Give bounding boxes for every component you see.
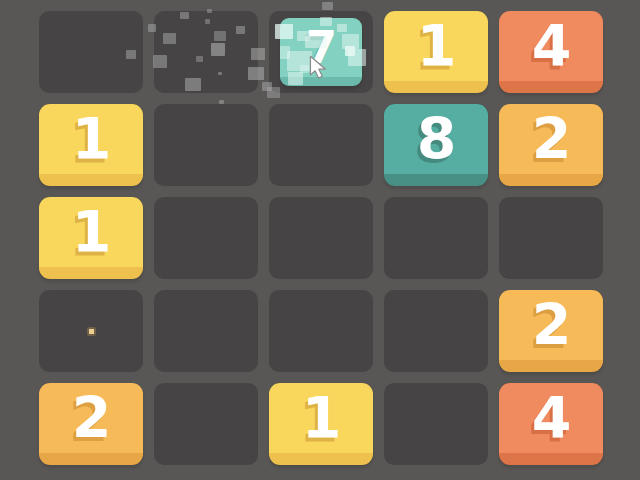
grid-cell: 4 [499, 383, 603, 465]
grid-cell: 2 [39, 383, 143, 465]
grid-cell: 1 [39, 104, 143, 186]
grid-cell: 7 [269, 11, 373, 93]
grid-cell: 8 [384, 104, 488, 186]
grid-cell [499, 197, 603, 279]
grid-cell [154, 383, 258, 465]
grid-cell: 1 [269, 383, 373, 465]
grid-cell [154, 197, 258, 279]
tile-1[interactable]: 1 [39, 197, 143, 279]
grid-cell: 2 [499, 290, 603, 372]
grid-cell [269, 104, 373, 186]
grid-cell: 4 [499, 11, 603, 93]
grid-cell [154, 11, 258, 93]
tile-8[interactable]: 8 [384, 104, 488, 186]
grid-cell [384, 197, 488, 279]
grid-cell [154, 290, 258, 372]
tile-2[interactable]: 2 [499, 290, 603, 372]
grid-cell [154, 104, 258, 186]
particle-gray [322, 2, 333, 10]
tile-1[interactable]: 1 [39, 104, 143, 186]
grid-cell [269, 290, 373, 372]
grid-cell: 2 [499, 104, 603, 186]
spawn-dot [87, 327, 96, 336]
grid-cell: 1 [39, 197, 143, 279]
tile-1[interactable]: 1 [384, 11, 488, 93]
grid-cell [39, 290, 143, 372]
tile-2[interactable]: 2 [499, 104, 603, 186]
grid-cell [269, 197, 373, 279]
tile-4[interactable]: 4 [499, 383, 603, 465]
tile-2[interactable]: 2 [39, 383, 143, 465]
grid-cell [384, 290, 488, 372]
board[interactable]: 71418212214 [39, 11, 603, 465]
tile-1[interactable]: 1 [269, 383, 373, 465]
grid-cell: 1 [384, 11, 488, 93]
tile-7[interactable]: 7 [280, 18, 362, 86]
tile-4[interactable]: 4 [499, 11, 603, 93]
grid-cell [384, 383, 488, 465]
grid-cell [39, 11, 143, 93]
game-screen: { "game": "2048-style sliding tile merge… [0, 0, 640, 480]
